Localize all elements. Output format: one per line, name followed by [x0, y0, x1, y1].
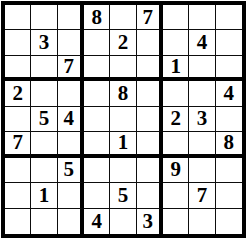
cell-r9c3[interactable]	[58, 209, 84, 234]
cell-r1c3[interactable]	[58, 5, 84, 30]
cell-r4c3[interactable]	[58, 81, 84, 106]
cell-r7c4[interactable]	[84, 158, 110, 183]
page-background: 873247128454237185915743	[0, 0, 249, 240]
cell-r9c4[interactable]: 4	[84, 209, 110, 234]
cell-r1c2[interactable]	[31, 5, 57, 30]
cell-r7c3[interactable]: 5	[58, 158, 84, 183]
cell-r3c7[interactable]: 1	[163, 56, 189, 81]
cell-r8c9[interactable]	[216, 183, 242, 208]
cell-r4c9[interactable]: 4	[216, 81, 242, 106]
cell-r3c1[interactable]	[5, 56, 31, 81]
cell-r9c6[interactable]: 3	[137, 209, 163, 234]
cell-r7c9[interactable]	[216, 158, 242, 183]
cell-r5c8[interactable]: 3	[189, 107, 215, 132]
cell-r5c2[interactable]: 5	[31, 107, 57, 132]
cell-r1c8[interactable]	[189, 5, 215, 30]
cell-r2c5[interactable]: 2	[110, 30, 136, 55]
cell-r6c2[interactable]	[31, 132, 57, 157]
cell-r2c4[interactable]	[84, 30, 110, 55]
cell-r3c4[interactable]	[84, 56, 110, 81]
cell-r5c9[interactable]	[216, 107, 242, 132]
cell-r9c8[interactable]	[189, 209, 215, 234]
cell-r2c2[interactable]: 3	[31, 30, 57, 55]
cell-r9c9[interactable]	[216, 209, 242, 234]
cell-r4c5[interactable]: 8	[110, 81, 136, 106]
cell-r4c2[interactable]	[31, 81, 57, 106]
cell-r1c7[interactable]	[163, 5, 189, 30]
cell-r8c3[interactable]	[58, 183, 84, 208]
cell-r5c7[interactable]: 2	[163, 107, 189, 132]
cell-r4c4[interactable]	[84, 81, 110, 106]
cell-r5c3[interactable]: 4	[58, 107, 84, 132]
cell-r6c5[interactable]: 1	[110, 132, 136, 157]
cell-r6c9[interactable]: 8	[216, 132, 242, 157]
cell-r9c5[interactable]	[110, 209, 136, 234]
cell-r3c2[interactable]	[31, 56, 57, 81]
cell-r2c6[interactable]	[137, 30, 163, 55]
cell-r1c4[interactable]: 8	[84, 5, 110, 30]
cell-r7c6[interactable]	[137, 158, 163, 183]
cell-r4c8[interactable]	[189, 81, 215, 106]
sudoku-board: 873247128454237185915743	[1, 1, 246, 238]
cell-r2c3[interactable]	[58, 30, 84, 55]
cell-r9c2[interactable]	[31, 209, 57, 234]
cell-r1c1[interactable]	[5, 5, 31, 30]
cell-r5c1[interactable]	[5, 107, 31, 132]
cell-r6c1[interactable]: 7	[5, 132, 31, 157]
cell-r6c3[interactable]	[58, 132, 84, 157]
cell-r8c5[interactable]: 5	[110, 183, 136, 208]
cell-r4c1[interactable]: 2	[5, 81, 31, 106]
cell-r1c6[interactable]: 7	[137, 5, 163, 30]
cell-r5c6[interactable]	[137, 107, 163, 132]
cell-r8c6[interactable]	[137, 183, 163, 208]
cell-r9c7[interactable]	[163, 209, 189, 234]
cell-r4c6[interactable]	[137, 81, 163, 106]
cell-r8c7[interactable]	[163, 183, 189, 208]
cell-r3c5[interactable]	[110, 56, 136, 81]
cell-r2c1[interactable]	[5, 30, 31, 55]
cell-r3c8[interactable]	[189, 56, 215, 81]
cell-r2c8[interactable]: 4	[189, 30, 215, 55]
cell-r7c5[interactable]	[110, 158, 136, 183]
cell-r3c6[interactable]	[137, 56, 163, 81]
cell-r8c1[interactable]	[5, 183, 31, 208]
cell-r6c8[interactable]	[189, 132, 215, 157]
cell-r2c9[interactable]	[216, 30, 242, 55]
cell-r8c2[interactable]: 1	[31, 183, 57, 208]
cell-r8c8[interactable]: 7	[189, 183, 215, 208]
cell-r1c5[interactable]	[110, 5, 136, 30]
cell-r5c5[interactable]	[110, 107, 136, 132]
cell-r7c2[interactable]	[31, 158, 57, 183]
cell-r6c7[interactable]	[163, 132, 189, 157]
cell-r3c3[interactable]: 7	[58, 56, 84, 81]
cell-r7c8[interactable]	[189, 158, 215, 183]
cell-r1c9[interactable]	[216, 5, 242, 30]
cell-r8c4[interactable]	[84, 183, 110, 208]
cell-r6c4[interactable]	[84, 132, 110, 157]
cell-r7c1[interactable]	[5, 158, 31, 183]
cell-r6c6[interactable]	[137, 132, 163, 157]
cell-r3c9[interactable]	[216, 56, 242, 81]
cell-r7c7[interactable]: 9	[163, 158, 189, 183]
cell-r2c7[interactable]	[163, 30, 189, 55]
cell-r4c7[interactable]	[163, 81, 189, 106]
cell-r5c4[interactable]	[84, 107, 110, 132]
cell-r9c1[interactable]	[5, 209, 31, 234]
